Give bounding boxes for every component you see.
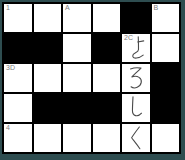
cell-r3c1[interactable]: 3D (4, 64, 32, 92)
cell-r1c6[interactable]: B (152, 4, 180, 32)
cell-r4c4 (93, 94, 121, 122)
cell-r1c2[interactable] (34, 4, 62, 32)
crossword-board: 1AB2C3D4 (2, 2, 181, 154)
cell-r2c2 (34, 34, 62, 62)
cell-r1c3[interactable]: A (63, 4, 91, 32)
cell-r3c6 (152, 64, 180, 92)
cell-r4c2 (34, 94, 62, 122)
clue-label: 1 (6, 4, 10, 12)
hiragana-letter-く (122, 124, 150, 152)
cell-r1c4[interactable] (93, 4, 121, 32)
cell-r3c4[interactable] (93, 64, 121, 92)
cell-r5c1[interactable]: 4 (4, 124, 32, 152)
cell-r3c2[interactable] (34, 64, 62, 92)
cell-r2c1 (4, 34, 32, 62)
cell-r2c3[interactable] (63, 34, 91, 62)
cell-r4c1[interactable] (4, 94, 32, 122)
cell-r5c6[interactable] (152, 124, 180, 152)
cell-r4c3 (63, 94, 91, 122)
hiragana-letter-し (122, 94, 150, 122)
cell-r4c5[interactable] (122, 94, 150, 122)
cell-r1c5 (122, 4, 150, 32)
cell-r2c4 (93, 34, 121, 62)
clue-label: 4 (6, 124, 10, 132)
cell-r1c1[interactable]: 1 (4, 4, 32, 32)
cell-r4c6 (152, 94, 180, 122)
crossword-puzzle: 1AB2C3D4 (0, 0, 185, 160)
cell-r5c4[interactable] (93, 124, 121, 152)
cell-r5c2[interactable] (34, 124, 62, 152)
cell-r3c5[interactable] (122, 64, 150, 92)
clue-label: 3D (6, 64, 15, 72)
clue-label: B (154, 4, 159, 12)
cell-r2c5[interactable]: 2C (122, 34, 150, 62)
cell-r5c5[interactable] (122, 124, 150, 152)
hiragana-letter-よ (122, 34, 150, 62)
hiragana-letter-ろ (122, 64, 150, 92)
cell-r3c3[interactable] (63, 64, 91, 92)
cell-r5c3[interactable] (63, 124, 91, 152)
cell-r2c6[interactable] (152, 34, 180, 62)
clue-label: A (65, 4, 70, 12)
